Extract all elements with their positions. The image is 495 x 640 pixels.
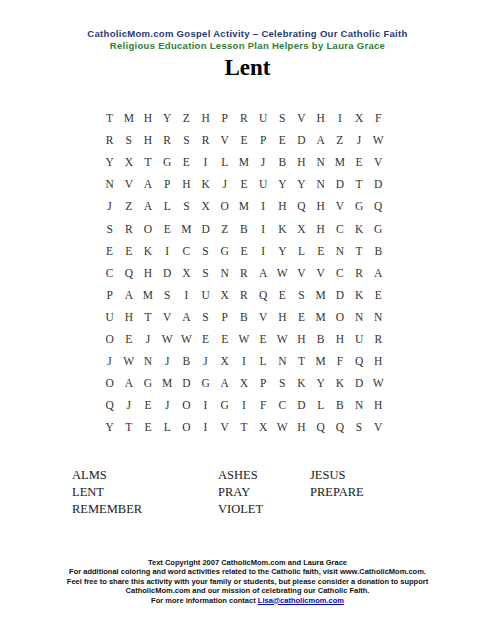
grid-cell-r7c5: C (177, 240, 196, 262)
grid-cell-r6c4: E (158, 217, 177, 239)
grid-cell-r6c2: R (119, 217, 138, 239)
grid-cell-r7c3: K (138, 240, 157, 262)
grid-cell-r15c11: H (292, 416, 311, 438)
grid-cell-r14c8: I (234, 394, 253, 416)
grid-cell-r15c9: X (254, 416, 273, 438)
grid-cell-r8c9: A (254, 262, 273, 284)
grid-cell-r10c11: E (292, 306, 311, 328)
grid-cell-r6c11: X (292, 217, 311, 239)
grid-cell-r4c13: D (330, 173, 349, 195)
email-link[interactable]: Lisa@catholicmom.com (258, 596, 344, 605)
grid-cell-r4c2: V (119, 173, 138, 195)
grid-cell-r11c13: H (330, 328, 349, 350)
grid-cell-r7c14: T (349, 240, 368, 262)
grid-cell-r11c12: B (311, 328, 330, 350)
grid-cell-r11c8: W (234, 328, 253, 350)
grid-cell-r6c10: K (273, 217, 292, 239)
grid-cell-r3c9: J (254, 151, 273, 173)
grid-cell-r7c1: E (100, 240, 119, 262)
grid-cell-r15c2: T (119, 416, 138, 438)
grid-cell-r12c2: W (119, 350, 138, 372)
grid-cell-r11c2: E (119, 328, 138, 350)
header-line2: Religious Education Lesson Plan Helpers … (0, 40, 495, 52)
grid-cell-r12c6: J (196, 350, 215, 372)
grid-cell-r11c14: U (349, 328, 368, 350)
grid-cell-r10c1: U (100, 306, 119, 328)
grid-cell-r10c7: P (215, 306, 234, 328)
grid-cell-r13c9: P (254, 372, 273, 394)
grid-cell-r12c14: Q (349, 350, 368, 372)
grid-cell-r10c10: H (273, 306, 292, 328)
word-item: REMEMBER (72, 501, 142, 518)
grid-cell-r4c6: K (196, 173, 215, 195)
grid-cell-r12c15: H (369, 350, 388, 372)
grid-cell-r11c10: W (273, 328, 292, 350)
grid-cell-r8c7: N (215, 262, 234, 284)
grid-cell-r13c7: A (215, 372, 234, 394)
grid-cell-r13c13: K (330, 372, 349, 394)
grid-cell-r4c10: Y (273, 173, 292, 195)
grid-cell-r14c12: L (311, 394, 330, 416)
grid-cell-r1c11: V (292, 107, 311, 129)
grid-cell-r3c14: E (349, 151, 368, 173)
grid-cell-r12c13: F (330, 350, 349, 372)
grid-cell-r1c3: H (138, 107, 157, 129)
grid-cell-r12c5: B (177, 350, 196, 372)
grid-cell-r10c9: V (254, 306, 273, 328)
grid-cell-r5c11: Q (292, 195, 311, 217)
grid-cell-r6c6: D (196, 217, 215, 239)
grid-cell-r2c14: J (349, 129, 368, 151)
grid-cell-r10c4: V (158, 306, 177, 328)
grid-cell-r13c12: Y (311, 372, 330, 394)
grid-cell-r9c12: M (311, 284, 330, 306)
grid-cell-r8c8: R (234, 262, 253, 284)
grid-cell-r10c3: T (138, 306, 157, 328)
grid-cell-r15c8: T (234, 416, 253, 438)
grid-cell-r3c2: X (119, 151, 138, 173)
footer-line: For additional coloring and word activit… (0, 567, 495, 576)
grid-cell-r7c12: E (311, 240, 330, 262)
grid-cell-r3c15: V (369, 151, 388, 173)
grid-cell-r3c10: B (273, 151, 292, 173)
grid-cell-r6c9: I (254, 217, 273, 239)
grid-cell-r14c6: I (196, 394, 215, 416)
grid-cell-r12c12: M (311, 350, 330, 372)
grid-cell-r1c15: F (369, 107, 388, 129)
grid-cell-r14c13: B (330, 394, 349, 416)
grid-cell-r14c7: G (215, 394, 234, 416)
grid-cell-r4c14: T (349, 173, 368, 195)
grid-cell-r9c15: E (369, 284, 388, 306)
grid-cell-r15c13: Q (330, 416, 349, 438)
grid-cell-r11c7: E (215, 328, 234, 350)
footer-line: Feel free to share this activity with yo… (0, 577, 495, 586)
grid-cell-r1c10: S (273, 107, 292, 129)
header: CatholicMom.com Gospel Activity – Celebr… (0, 28, 495, 52)
word-item: PRAY (218, 484, 263, 501)
grid-cell-r2c11: D (292, 129, 311, 151)
grid-cell-r12c1: J (100, 350, 119, 372)
grid-cell-r9c2: A (119, 284, 138, 306)
grid-cell-r7c2: E (119, 240, 138, 262)
grid-cell-r5c6: X (196, 195, 215, 217)
grid-cell-r8c2: Q (119, 262, 138, 284)
grid-cell-r15c10: W (273, 416, 292, 438)
grid-cell-r10c8: B (234, 306, 253, 328)
grid-cell-r15c1: Y (100, 416, 119, 438)
grid-cell-r14c11: D (292, 394, 311, 416)
footer-copyright-text: Text Copyright 2007 CatholicMom.com and … (0, 558, 495, 596)
grid-cell-r8c4: D (158, 262, 177, 284)
grid-cell-r12c11: T (292, 350, 311, 372)
grid-cell-r9c5: I (177, 284, 196, 306)
grid-cell-r8c15: A (369, 262, 388, 284)
grid-cell-r2c1: R (100, 129, 119, 151)
grid-cell-r5c9: I (254, 195, 273, 217)
grid-cell-r7c7: G (215, 240, 234, 262)
grid-cell-r3c13: M (330, 151, 349, 173)
grid-cell-r7c15: B (369, 240, 388, 262)
grid-cell-r14c1: Q (100, 394, 119, 416)
grid-cell-r11c3: J (138, 328, 157, 350)
grid-cell-r14c14: N (349, 394, 368, 416)
footer-contact-line: For more information contact Lisa@cathol… (0, 596, 495, 605)
worksheet-page: CatholicMom.com Gospel Activity – Celebr… (0, 0, 495, 640)
grid-cell-r7c4: I (158, 240, 177, 262)
grid-cell-r5c10: H (273, 195, 292, 217)
grid-cell-r8c10: W (273, 262, 292, 284)
grid-cell-r6c1: S (100, 217, 119, 239)
grid-cell-r5c4: L (158, 195, 177, 217)
grid-cell-r2c3: H (138, 129, 157, 151)
grid-cell-r4c1: N (100, 173, 119, 195)
grid-cell-r3c8: M (234, 151, 253, 173)
word-list-column-1: ALMSLENTREMEMBER (72, 467, 142, 518)
grid-cell-r6c8: B (234, 217, 253, 239)
grid-cell-r14c15: H (369, 394, 388, 416)
grid-cell-r14c10: C (273, 394, 292, 416)
grid-cell-r15c4: L (158, 416, 177, 438)
grid-cell-r11c6: E (196, 328, 215, 350)
grid-cell-r8c5: X (177, 262, 196, 284)
word-item: JESUS (310, 467, 364, 484)
grid-cell-r4c8: E (234, 173, 253, 195)
grid-cell-r11c9: E (254, 328, 273, 350)
grid-cell-r3c3: T (138, 151, 157, 173)
grid-cell-r5c2: Z (119, 195, 138, 217)
footer-line: Text Copyright 2007 CatholicMom.com and … (0, 558, 495, 567)
grid-cell-r3c1: Y (100, 151, 119, 173)
word-item: ALMS (72, 467, 142, 484)
grid-cell-r2c2: S (119, 129, 138, 151)
grid-cell-r10c15: N (369, 306, 388, 328)
grid-cell-r10c14: N (349, 306, 368, 328)
grid-cell-r3c4: G (158, 151, 177, 173)
grid-cell-r1c12: H (311, 107, 330, 129)
grid-cell-r1c8: R (234, 107, 253, 129)
grid-cell-r12c9: L (254, 350, 273, 372)
grid-cell-r11c4: W (158, 328, 177, 350)
grid-cell-r4c3: A (138, 173, 157, 195)
grid-cell-r11c5: W (177, 328, 196, 350)
grid-cell-r7c6: S (196, 240, 215, 262)
grid-cell-r3c6: I (196, 151, 215, 173)
grid-cell-r13c1: O (100, 372, 119, 394)
grid-cell-r3c11: H (292, 151, 311, 173)
grid-cell-r4c12: N (311, 173, 330, 195)
grid-cell-r5c8: M (234, 195, 253, 217)
grid-cell-r2c12: A (311, 129, 330, 151)
grid-cell-r4c9: U (254, 173, 273, 195)
grid-cell-r6c7: Z (215, 217, 234, 239)
grid-cell-r6c13: C (330, 217, 349, 239)
grid-cell-r6c12: H (311, 217, 330, 239)
grid-cell-r13c5: D (177, 372, 196, 394)
footer-line: CatholicMom.com and our mission of celeb… (0, 586, 495, 595)
grid-cell-r7c10: Y (273, 240, 292, 262)
grid-cell-r14c2: J (119, 394, 138, 416)
grid-cell-r9c6: U (196, 284, 215, 306)
grid-cell-r7c8: E (234, 240, 253, 262)
grid-cell-r15c6: I (196, 416, 215, 438)
header-line1: CatholicMom.com Gospel Activity – Celebr… (0, 28, 495, 40)
grid-cell-r15c7: V (215, 416, 234, 438)
grid-cell-r8c12: V (311, 262, 330, 284)
grid-cell-r5c1: J (100, 195, 119, 217)
grid-cell-r10c2: H (119, 306, 138, 328)
grid-cell-r8c11: V (292, 262, 311, 284)
grid-cell-r13c8: X (234, 372, 253, 394)
grid-cell-r13c15: W (369, 372, 388, 394)
grid-cell-r2c15: W (369, 129, 388, 151)
grid-cell-r12c7: X (215, 350, 234, 372)
grid-cell-r15c12: Q (311, 416, 330, 438)
grid-cell-r2c9: P (254, 129, 273, 151)
grid-cell-r11c15: R (369, 328, 388, 350)
grid-cell-r9c7: X (215, 284, 234, 306)
grid-cell-r15c5: O (177, 416, 196, 438)
grid-cell-r13c4: M (158, 372, 177, 394)
grid-cell-r8c14: R (349, 262, 368, 284)
grid-cell-r7c11: L (292, 240, 311, 262)
grid-cell-r3c7: L (215, 151, 234, 173)
puzzle-title: Lent (0, 55, 495, 81)
grid-cell-r9c3: M (138, 284, 157, 306)
grid-cell-r9c8: R (234, 284, 253, 306)
grid-cell-r13c11: K (292, 372, 311, 394)
grid-cell-r5c12: H (311, 195, 330, 217)
grid-cell-r6c5: M (177, 217, 196, 239)
grid-cell-r4c4: P (158, 173, 177, 195)
grid-cell-r3c12: N (311, 151, 330, 173)
grid-cell-r2c5: S (177, 129, 196, 151)
grid-cell-r15c15: V (369, 416, 388, 438)
grid-cell-r2c8: E (234, 129, 253, 151)
grid-cell-r4c15: D (369, 173, 388, 195)
grid-cell-r8c3: H (138, 262, 157, 284)
grid-cell-r9c10: E (273, 284, 292, 306)
word-item: VIOLET (218, 501, 263, 518)
grid-cell-r13c2: A (119, 372, 138, 394)
grid-cell-r10c6: S (196, 306, 215, 328)
grid-cell-r12c10: N (273, 350, 292, 372)
footer: Text Copyright 2007 CatholicMom.com and … (0, 558, 495, 605)
grid-cell-r7c9: I (254, 240, 273, 262)
grid-cell-r2c6: R (196, 129, 215, 151)
grid-cell-r5c7: O (215, 195, 234, 217)
grid-cell-r6c3: O (138, 217, 157, 239)
grid-cell-r3c5: E (177, 151, 196, 173)
grid-cell-r4c11: Y (292, 173, 311, 195)
grid-cell-r4c7: J (215, 173, 234, 195)
grid-cell-r14c5: O (177, 394, 196, 416)
grid-cell-r15c14: S (349, 416, 368, 438)
grid-cell-r14c3: E (138, 394, 157, 416)
grid-cell-r14c4: J (158, 394, 177, 416)
grid-cell-r5c15: Q (369, 195, 388, 217)
grid-cell-r14c9: F (254, 394, 273, 416)
grid-cell-r12c8: I (234, 350, 253, 372)
grid-cell-r8c13: C (330, 262, 349, 284)
grid-cell-r1c14: X (349, 107, 368, 129)
grid-cell-r7c13: N (330, 240, 349, 262)
grid-cell-r9c1: P (100, 284, 119, 306)
grid-cell-r6c15: G (369, 217, 388, 239)
grid-cell-r12c3: N (138, 350, 157, 372)
grid-cell-r10c12: M (311, 306, 330, 328)
grid-cell-r1c4: Y (158, 107, 177, 129)
grid-cell-r10c13: O (330, 306, 349, 328)
grid-cell-r10c5: A (177, 306, 196, 328)
grid-cell-r13c14: D (349, 372, 368, 394)
word-search-grid: TMHYZHPRUSVHIXFRSHRSRVEPEDAZJWYXTGEILMJB… (100, 107, 388, 438)
grid-cell-r5c14: G (349, 195, 368, 217)
grid-cell-r4c5: H (177, 173, 196, 195)
grid-cell-r11c11: H (292, 328, 311, 350)
grid-cell-r2c13: Z (330, 129, 349, 151)
grid-cell-r15c3: E (138, 416, 157, 438)
grid-cell-r1c7: P (215, 107, 234, 129)
word-item: PREPARE (310, 484, 364, 501)
grid-cell-r2c7: V (215, 129, 234, 151)
grid-cell-r6c14: K (349, 217, 368, 239)
grid-cell-r5c3: A (138, 195, 157, 217)
word-item: ASHES (218, 467, 263, 484)
word-list-column-2: ASHESPRAYVIOLET (218, 467, 263, 518)
grid-cell-r2c4: R (158, 129, 177, 151)
grid-cell-r9c14: K (349, 284, 368, 306)
grid-cell-r13c10: S (273, 372, 292, 394)
grid-cell-r13c6: G (196, 372, 215, 394)
grid-cell-r9c11: S (292, 284, 311, 306)
grid-cell-r5c5: S (177, 195, 196, 217)
grid-cell-r5c13: V (330, 195, 349, 217)
grid-cell-r1c9: U (254, 107, 273, 129)
grid-cell-r1c6: H (196, 107, 215, 129)
grid-cell-r9c9: Q (254, 284, 273, 306)
grid-cell-r1c2: M (119, 107, 138, 129)
word-item: LENT (72, 484, 142, 501)
grid-cell-r9c4: S (158, 284, 177, 306)
grid-cell-r1c1: T (100, 107, 119, 129)
grid-cell-r1c13: I (330, 107, 349, 129)
grid-cell-r12c4: J (158, 350, 177, 372)
grid-cell-r8c6: S (196, 262, 215, 284)
footer-contact-prefix: For more information contact (151, 596, 258, 605)
grid-cell-r9c13: D (330, 284, 349, 306)
word-list-column-3: JESUSPREPARE (310, 467, 364, 501)
grid-cell-r2c10: E (273, 129, 292, 151)
grid-cell-r8c1: C (100, 262, 119, 284)
grid-cell-r13c3: G (138, 372, 157, 394)
grid-cell-r11c1: O (100, 328, 119, 350)
grid-cell-r1c5: Z (177, 107, 196, 129)
